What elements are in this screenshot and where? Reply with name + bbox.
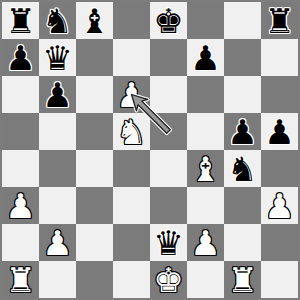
piece-black-rook: ♜ — [5, 4, 35, 38]
square-b1[interactable] — [39, 261, 76, 298]
square-c7[interactable] — [76, 39, 113, 76]
chess-board: ♜♞♝♚♜♟♛♟♟♟♞♟♟♝♞♟♟♟♛♟♜♚♜ — [2, 2, 298, 298]
square-g6[interactable] — [224, 76, 261, 113]
square-d8[interactable] — [113, 2, 150, 39]
square-f5[interactable] — [187, 113, 224, 150]
piece-white-rook: ♜ — [5, 263, 35, 297]
square-f8[interactable] — [187, 2, 224, 39]
square-d7[interactable] — [113, 39, 150, 76]
square-c4[interactable] — [76, 150, 113, 187]
piece-white-pawn: ♟ — [264, 189, 294, 223]
piece-black-pawn: ♟ — [5, 41, 35, 75]
square-a1[interactable]: ♜ — [2, 261, 39, 298]
square-f1[interactable] — [187, 261, 224, 298]
square-h4[interactable] — [261, 150, 298, 187]
square-c6[interactable] — [76, 76, 113, 113]
square-b7[interactable]: ♛ — [39, 39, 76, 76]
square-f2[interactable]: ♟ — [187, 224, 224, 261]
piece-black-knight: ♞ — [42, 4, 72, 38]
piece-white-rook: ♜ — [227, 263, 257, 297]
square-b4[interactable] — [39, 150, 76, 187]
piece-white-pawn: ♟ — [5, 189, 35, 223]
square-a3[interactable]: ♟ — [2, 187, 39, 224]
square-e6[interactable] — [150, 76, 187, 113]
square-e8[interactable]: ♚ — [150, 2, 187, 39]
piece-black-pawn: ♟ — [227, 115, 257, 149]
square-d1[interactable] — [113, 261, 150, 298]
piece-black-queen: ♛ — [42, 41, 72, 75]
piece-black-pawn: ♟ — [42, 78, 72, 112]
square-h7[interactable] — [261, 39, 298, 76]
square-d4[interactable] — [113, 150, 150, 187]
square-h3[interactable]: ♟ — [261, 187, 298, 224]
piece-black-king: ♚ — [153, 4, 183, 38]
piece-white-knight: ♞ — [116, 115, 146, 149]
square-c1[interactable] — [76, 261, 113, 298]
square-h1[interactable] — [261, 261, 298, 298]
square-f7[interactable]: ♟ — [187, 39, 224, 76]
piece-white-pawn: ♟ — [42, 226, 72, 260]
square-b5[interactable] — [39, 113, 76, 150]
square-c2[interactable] — [76, 224, 113, 261]
square-f6[interactable] — [187, 76, 224, 113]
piece-black-rook: ♜ — [264, 4, 294, 38]
square-e3[interactable] — [150, 187, 187, 224]
square-g2[interactable] — [224, 224, 261, 261]
piece-white-pawn: ♟ — [190, 226, 220, 260]
piece-black-pawn: ♟ — [264, 115, 294, 149]
square-e5[interactable] — [150, 113, 187, 150]
square-d5[interactable]: ♞ — [113, 113, 150, 150]
square-f3[interactable] — [187, 187, 224, 224]
square-e2[interactable]: ♛ — [150, 224, 187, 261]
square-d3[interactable] — [113, 187, 150, 224]
square-h6[interactable] — [261, 76, 298, 113]
piece-black-knight: ♞ — [227, 152, 257, 186]
square-a4[interactable] — [2, 150, 39, 187]
piece-black-pawn: ♟ — [190, 41, 220, 75]
square-g8[interactable] — [224, 2, 261, 39]
piece-black-bishop: ♝ — [79, 4, 109, 38]
square-g1[interactable]: ♜ — [224, 261, 261, 298]
piece-white-pawn: ♟ — [116, 78, 146, 112]
square-d6[interactable]: ♟ — [113, 76, 150, 113]
square-g4[interactable]: ♞ — [224, 150, 261, 187]
piece-black-queen: ♛ — [153, 226, 183, 260]
square-b2[interactable]: ♟ — [39, 224, 76, 261]
piece-white-king: ♚ — [153, 263, 183, 297]
square-h2[interactable] — [261, 224, 298, 261]
square-b3[interactable] — [39, 187, 76, 224]
square-g3[interactable] — [224, 187, 261, 224]
square-b6[interactable]: ♟ — [39, 76, 76, 113]
square-c3[interactable] — [76, 187, 113, 224]
piece-white-bishop: ♝ — [190, 152, 220, 186]
chess-board-container: ♜♞♝♚♜♟♛♟♟♟♞♟♟♝♞♟♟♟♛♟♜♚♜ — [0, 0, 300, 300]
square-e7[interactable] — [150, 39, 187, 76]
square-b8[interactable]: ♞ — [39, 2, 76, 39]
square-e4[interactable] — [150, 150, 187, 187]
square-f4[interactable]: ♝ — [187, 150, 224, 187]
square-h8[interactable]: ♜ — [261, 2, 298, 39]
square-c8[interactable]: ♝ — [76, 2, 113, 39]
square-c5[interactable] — [76, 113, 113, 150]
square-a5[interactable] — [2, 113, 39, 150]
square-a8[interactable]: ♜ — [2, 2, 39, 39]
square-g5[interactable]: ♟ — [224, 113, 261, 150]
square-e1[interactable]: ♚ — [150, 261, 187, 298]
square-d2[interactable] — [113, 224, 150, 261]
square-a6[interactable] — [2, 76, 39, 113]
square-h5[interactable]: ♟ — [261, 113, 298, 150]
square-a2[interactable] — [2, 224, 39, 261]
square-g7[interactable] — [224, 39, 261, 76]
square-a7[interactable]: ♟ — [2, 39, 39, 76]
